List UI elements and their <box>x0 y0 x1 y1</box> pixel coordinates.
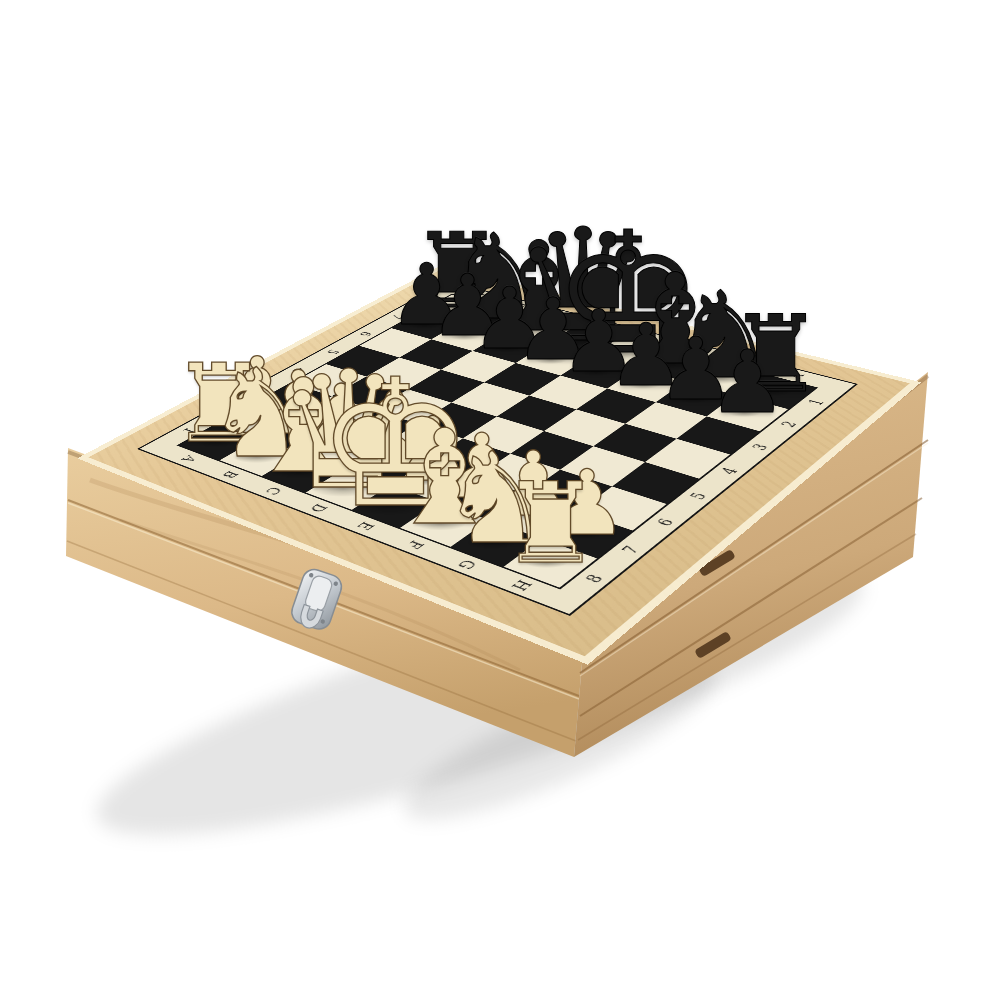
product-photo: AH81BG72CF63DE54ED45FC36GB27HA18 ♜♞♝♛♚♝♞… <box>0 0 1000 1000</box>
